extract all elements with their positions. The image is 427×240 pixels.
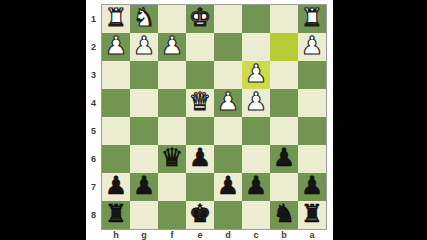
square-b7[interactable] <box>270 173 298 201</box>
square-d5[interactable] <box>214 117 242 145</box>
square-b8[interactable]: ♞ <box>270 201 298 229</box>
file-label-h: h <box>102 231 130 240</box>
square-h3[interactable] <box>102 61 130 89</box>
square-g1[interactable]: ♞ <box>130 5 158 33</box>
square-d3[interactable] <box>214 61 242 89</box>
piece-bK-e8[interactable]: ♚ <box>189 200 211 228</box>
file-label-d: d <box>214 231 242 240</box>
square-e6[interactable]: ♟ <box>186 145 214 173</box>
rank-labels: 12345678 <box>86 5 101 229</box>
square-h1[interactable]: ♜ <box>102 5 130 33</box>
square-a6[interactable] <box>298 145 326 173</box>
piece-wN-g1[interactable]: ♞ <box>133 4 155 32</box>
square-a5[interactable] <box>298 117 326 145</box>
board-panel: 12345678 ♜♞♚♜♟♟♟♟♟♛♟♟♛♟♟♟♟♟♟♟♜♚♞♜ hgfedc… <box>86 0 333 240</box>
square-h8[interactable]: ♜ <box>102 201 130 229</box>
piece-bP-e6[interactable]: ♟ <box>189 144 211 172</box>
square-h7[interactable]: ♟ <box>102 173 130 201</box>
square-g7[interactable]: ♟ <box>130 173 158 201</box>
square-f4[interactable] <box>158 89 186 117</box>
file-label-a: a <box>298 231 326 240</box>
square-d2[interactable] <box>214 33 242 61</box>
piece-wP-d4[interactable]: ♟ <box>217 88 239 116</box>
square-e2[interactable] <box>186 33 214 61</box>
piece-bR-h8[interactable]: ♜ <box>105 200 127 228</box>
square-f1[interactable] <box>158 5 186 33</box>
file-label-e: e <box>186 231 214 240</box>
square-c4[interactable]: ♟ <box>242 89 270 117</box>
piece-bP-g7[interactable]: ♟ <box>133 172 155 200</box>
rank-label-6: 6 <box>86 145 101 173</box>
piece-bP-h7[interactable]: ♟ <box>105 172 127 200</box>
rank-label-7: 7 <box>86 173 101 201</box>
piece-bN-b8[interactable]: ♞ <box>273 200 295 228</box>
square-d6[interactable] <box>214 145 242 173</box>
square-c7[interactable]: ♟ <box>242 173 270 201</box>
square-e5[interactable] <box>186 117 214 145</box>
square-d7[interactable]: ♟ <box>214 173 242 201</box>
square-g8[interactable] <box>130 201 158 229</box>
screen-background: 12345678 ♜♞♚♜♟♟♟♟♟♛♟♟♛♟♟♟♟♟♟♟♜♚♞♜ hgfedc… <box>0 0 427 240</box>
square-e1[interactable]: ♚ <box>186 5 214 33</box>
square-d4[interactable]: ♟ <box>214 89 242 117</box>
piece-wP-g2[interactable]: ♟ <box>133 32 155 60</box>
square-c5[interactable] <box>242 117 270 145</box>
piece-wP-c3[interactable]: ♟ <box>245 60 267 88</box>
square-c2[interactable] <box>242 33 270 61</box>
square-h5[interactable] <box>102 117 130 145</box>
square-b3[interactable] <box>270 61 298 89</box>
square-g5[interactable] <box>130 117 158 145</box>
piece-bP-c7[interactable]: ♟ <box>245 172 267 200</box>
piece-bQ-f6[interactable]: ♛ <box>161 144 183 172</box>
piece-wK-e1[interactable]: ♚ <box>189 4 211 32</box>
rank-label-4: 4 <box>86 89 101 117</box>
square-a4[interactable] <box>298 89 326 117</box>
piece-bR-a8[interactable]: ♜ <box>301 200 323 228</box>
piece-bP-a7[interactable]: ♟ <box>301 172 323 200</box>
square-a3[interactable] <box>298 61 326 89</box>
square-b2[interactable] <box>270 33 298 61</box>
piece-wP-a2[interactable]: ♟ <box>301 32 323 60</box>
piece-wP-c4[interactable]: ♟ <box>245 88 267 116</box>
file-label-b: b <box>270 231 298 240</box>
square-g2[interactable]: ♟ <box>130 33 158 61</box>
file-label-g: g <box>130 231 158 240</box>
square-b6[interactable]: ♟ <box>270 145 298 173</box>
square-c6[interactable] <box>242 145 270 173</box>
piece-wQ-e4[interactable]: ♛ <box>189 88 211 116</box>
file-label-f: f <box>158 231 186 240</box>
square-b5[interactable] <box>270 117 298 145</box>
square-g4[interactable] <box>130 89 158 117</box>
piece-bP-b6[interactable]: ♟ <box>273 144 295 172</box>
square-e3[interactable] <box>186 61 214 89</box>
square-d1[interactable] <box>214 5 242 33</box>
piece-bP-d7[interactable]: ♟ <box>217 172 239 200</box>
square-f7[interactable] <box>158 173 186 201</box>
square-d8[interactable] <box>214 201 242 229</box>
rank-label-2: 2 <box>86 33 101 61</box>
square-e7[interactable] <box>186 173 214 201</box>
square-h6[interactable] <box>102 145 130 173</box>
file-label-c: c <box>242 231 270 240</box>
square-g6[interactable] <box>130 145 158 173</box>
piece-wR-h1[interactable]: ♜ <box>105 4 127 32</box>
square-c3[interactable]: ♟ <box>242 61 270 89</box>
square-h2[interactable]: ♟ <box>102 33 130 61</box>
square-e4[interactable]: ♛ <box>186 89 214 117</box>
square-b4[interactable] <box>270 89 298 117</box>
square-g3[interactable] <box>130 61 158 89</box>
square-b1[interactable] <box>270 5 298 33</box>
rank-label-3: 3 <box>86 61 101 89</box>
piece-wP-h2[interactable]: ♟ <box>105 32 127 60</box>
square-a7[interactable]: ♟ <box>298 173 326 201</box>
square-f5[interactable] <box>158 117 186 145</box>
rank-label-5: 5 <box>86 117 101 145</box>
square-c8[interactable] <box>242 201 270 229</box>
rank-label-1: 1 <box>86 5 101 33</box>
piece-wP-f2[interactable]: ♟ <box>161 32 183 60</box>
square-f8[interactable] <box>158 201 186 229</box>
square-f2[interactable]: ♟ <box>158 33 186 61</box>
square-f3[interactable] <box>158 61 186 89</box>
rank-label-8: 8 <box>86 201 101 229</box>
square-a2[interactable]: ♟ <box>298 33 326 61</box>
square-c1[interactable] <box>242 5 270 33</box>
square-a8[interactable]: ♜ <box>298 201 326 229</box>
piece-wR-a1[interactable]: ♜ <box>301 4 323 32</box>
square-f6[interactable]: ♛ <box>158 145 186 173</box>
square-a1[interactable]: ♜ <box>298 5 326 33</box>
square-h4[interactable] <box>102 89 130 117</box>
square-e8[interactable]: ♚ <box>186 201 214 229</box>
file-labels: hgfedcba <box>102 231 326 240</box>
chess-board: ♜♞♚♜♟♟♟♟♟♛♟♟♛♟♟♟♟♟♟♟♜♚♞♜ <box>101 4 327 230</box>
